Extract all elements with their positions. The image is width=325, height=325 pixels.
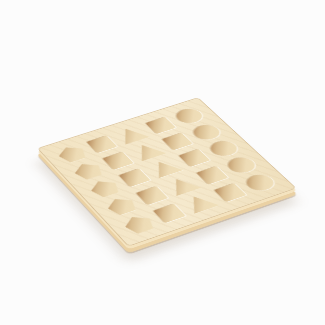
square-recess (214, 183, 246, 202)
circle-recess (242, 172, 278, 193)
square-recess (119, 169, 151, 187)
square-recess (103, 152, 134, 170)
square-recess (154, 204, 186, 223)
square-recess (162, 133, 193, 150)
shape-sorting-board (37, 97, 297, 246)
square-recess (179, 149, 210, 167)
square-recess (196, 166, 228, 184)
product-photo-stage (0, 0, 325, 325)
square-recess (145, 117, 175, 134)
square-recess (136, 186, 168, 205)
